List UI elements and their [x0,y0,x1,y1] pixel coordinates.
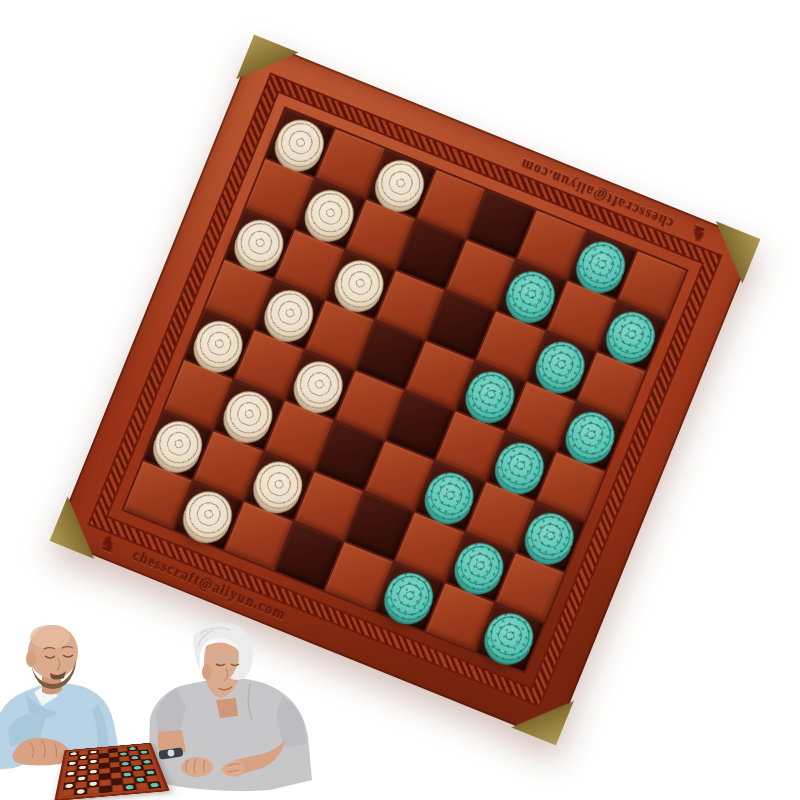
mini-piece-teal-1-5 [120,752,127,755]
mini-square-7-2 [87,787,99,794]
mini-piece-white-2-2 [90,760,97,764]
mini-piece-white-6-0 [65,784,73,789]
old-man [148,623,312,791]
product-photo-stage: ♞ chesscraft@aliyun.com ♞ chesscraft@ali… [0,0,800,800]
mini-piece-teal-5-5 [124,773,132,777]
mini-square-7-0 [62,789,74,796]
mini-piece-teal-1-7 [140,750,147,753]
mini-piece-teal-5-7 [146,771,154,775]
mini-piece-teal-4-6 [134,766,142,770]
mini-square-7-3 [99,786,111,793]
mini-piece-white-4-2 [90,770,97,774]
mini-piece-white-4-0 [67,772,74,776]
mini-piece-white-2-0 [69,761,76,765]
mini-square-7-4 [112,785,124,792]
mini-piece-teal-7-7 [150,783,159,788]
mini-piece-teal-6-6 [136,777,144,782]
mini-piece-teal-7-5 [126,785,134,790]
mini-piece-white-3-1 [79,765,86,769]
mini-piece-white-6-2 [89,782,96,787]
mini-square-7-1 [74,788,86,795]
mini-checkers-grid [62,745,162,796]
mini-piece-teal-2-6 [131,756,138,760]
mini-piece-teal-3-7 [143,760,151,764]
mini-piece-teal-3-5 [122,762,129,766]
mini-board-frame [54,743,170,800]
mini-piece-white-5-1 [78,777,85,781]
knight-logo-stamp-top-right: ♞ [686,221,710,246]
mini-piece-white-7-1 [76,789,84,794]
mini-square-7-7 [148,782,161,789]
knight-logo-stamp-bottom-left: ♞ [97,532,121,557]
mini-square-7-5 [124,784,137,791]
mini-piece-white-1-1 [80,756,87,759]
mini-square-7-6 [136,783,149,790]
mini-checkers-board [54,743,170,800]
